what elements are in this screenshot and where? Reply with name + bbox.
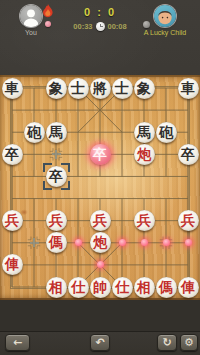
settings-button[interactable]: ⚙ xyxy=(180,334,198,351)
match-header: You 0 : 0 00:33 00:08 A Lucky Child xyxy=(0,0,200,75)
piece-black-soldier[interactable]: 卒 xyxy=(90,144,111,165)
left-timer: 00:33 xyxy=(73,22,92,31)
undo-icon: ↶ xyxy=(95,335,104,350)
piece-black-chariot[interactable]: 車 xyxy=(2,78,23,99)
move-target-dot[interactable] xyxy=(97,261,104,268)
piece-red-general[interactable]: 帥 xyxy=(90,277,111,298)
piece-red-elephant[interactable]: 相 xyxy=(134,277,155,298)
back-icon: ← xyxy=(13,335,22,350)
piece-red-soldier[interactable]: 兵 xyxy=(178,210,199,231)
piece-red-chariot[interactable]: 俥 xyxy=(2,254,23,275)
piece-black-advisor[interactable]: 士 xyxy=(68,78,89,99)
piece-black-general[interactable]: 將 xyxy=(90,78,111,99)
piece-red-elephant[interactable]: 相 xyxy=(46,277,67,298)
last-move-from-marker xyxy=(30,238,39,247)
settings-gear-icon: ⚙ xyxy=(184,335,194,350)
last-move-from-marker xyxy=(52,150,61,159)
refresh-icon: ↻ xyxy=(162,335,171,350)
piece-red-soldier[interactable]: 兵 xyxy=(90,210,111,231)
piece-black-soldier[interactable]: 卒 xyxy=(2,144,23,165)
piece-black-elephant[interactable]: 象 xyxy=(134,78,155,99)
right-timer: 00:08 xyxy=(108,22,127,31)
refresh-button[interactable]: ↻ xyxy=(157,334,177,351)
match-score: 0 : 0 xyxy=(60,6,140,18)
move-target-dot[interactable] xyxy=(185,239,192,246)
piece-black-horse[interactable]: 馬 xyxy=(46,122,67,143)
last-move-highlight xyxy=(43,163,70,190)
bottom-toolbar: ← ↶ ↻ ⚙ xyxy=(0,300,200,355)
piece-black-advisor[interactable]: 士 xyxy=(112,78,133,99)
piece-red-advisor[interactable]: 仕 xyxy=(68,277,89,298)
piece-red-chariot[interactable]: 俥 xyxy=(178,277,199,298)
left-player-avatar[interactable] xyxy=(20,5,42,27)
piece-red-horse[interactable]: 傌 xyxy=(156,277,177,298)
move-target-dot[interactable] xyxy=(141,239,148,246)
right-player-avatar[interactable] xyxy=(154,5,176,27)
piece-red-soldier[interactable]: 兵 xyxy=(46,210,67,231)
piece-black-chariot[interactable]: 車 xyxy=(178,78,199,99)
left-player-name: You xyxy=(6,29,56,37)
piece-red-soldier[interactable]: 兵 xyxy=(2,210,23,231)
piece-red-soldier[interactable]: 兵 xyxy=(134,210,155,231)
piece-red-cannon[interactable]: 炮 xyxy=(134,144,155,165)
streak-flame-icon xyxy=(41,4,54,19)
piece-red-horse[interactable]: 傌 xyxy=(46,232,67,253)
right-player-status-dot xyxy=(143,21,150,28)
back-button[interactable]: ← xyxy=(5,334,30,351)
baby-avatar-icon xyxy=(154,5,176,27)
undo-button[interactable]: ↶ xyxy=(90,334,110,351)
app-root: You 0 : 0 00:33 00:08 A Lucky Child 車象士將… xyxy=(0,0,200,355)
right-player-name: A Lucky Child xyxy=(132,29,198,37)
piece-black-cannon[interactable]: 砲 xyxy=(156,122,177,143)
piece-black-soldier[interactable]: 卒 xyxy=(178,144,199,165)
piece-red-cannon[interactable]: 炮 xyxy=(90,232,111,253)
move-target-dot[interactable] xyxy=(75,239,82,246)
piece-black-elephant[interactable]: 象 xyxy=(46,78,67,99)
piece-black-horse[interactable]: 馬 xyxy=(134,122,155,143)
piece-black-cannon[interactable]: 砲 xyxy=(24,122,45,143)
piece-red-advisor[interactable]: 仕 xyxy=(112,277,133,298)
person-avatar-icon xyxy=(20,5,42,27)
xiangqi-board[interactable]: 車象士將士象車砲馬馬砲卒卒炮卒卒兵兵兵兵兵傌炮俥相仕帥仕相傌俥 xyxy=(0,75,200,300)
clock-icon xyxy=(96,22,105,31)
move-target-dot[interactable] xyxy=(163,239,170,246)
move-target-dot[interactable] xyxy=(119,239,126,246)
